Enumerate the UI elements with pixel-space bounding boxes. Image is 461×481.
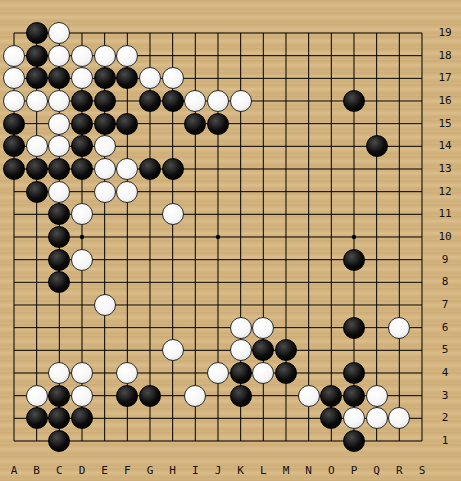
stone-white[interactable]	[116, 181, 138, 203]
col-label-E: E	[95, 464, 115, 478]
stone-black[interactable]	[275, 362, 297, 384]
col-label-N: N	[299, 464, 319, 478]
stone-white[interactable]	[71, 249, 93, 271]
col-label-P: P	[344, 464, 364, 478]
stone-white[interactable]	[162, 67, 184, 89]
stone-white[interactable]	[298, 385, 320, 407]
row-label-8: 8	[433, 275, 457, 289]
stone-black[interactable]	[94, 67, 116, 89]
stone-white[interactable]	[94, 158, 116, 180]
stone-white[interactable]	[252, 317, 274, 339]
stone-white[interactable]	[26, 90, 48, 112]
row-label-3: 3	[433, 389, 457, 403]
stone-black[interactable]	[26, 67, 48, 89]
col-label-O: O	[321, 464, 341, 478]
row-label-15: 15	[433, 117, 457, 131]
row-label-10: 10	[433, 230, 457, 244]
col-label-D: D	[72, 464, 92, 478]
row-label-6: 6	[433, 321, 457, 335]
row-label-7: 7	[433, 298, 457, 312]
col-label-B: B	[27, 464, 47, 478]
stone-black[interactable]	[343, 249, 365, 271]
col-label-F: F	[117, 464, 137, 478]
col-label-I: I	[185, 464, 205, 478]
col-label-M: M	[276, 464, 296, 478]
col-label-Q: Q	[367, 464, 387, 478]
stone-white[interactable]	[184, 385, 206, 407]
stone-white[interactable]	[94, 181, 116, 203]
stone-black[interactable]	[3, 158, 25, 180]
stone-black[interactable]	[139, 385, 161, 407]
stone-white[interactable]	[48, 181, 70, 203]
col-label-L: L	[253, 464, 273, 478]
stone-black[interactable]	[343, 430, 365, 452]
stone-white[interactable]	[94, 135, 116, 157]
stone-black[interactable]	[343, 362, 365, 384]
stone-white[interactable]	[116, 45, 138, 67]
stone-black[interactable]	[71, 113, 93, 135]
stone-black[interactable]	[26, 158, 48, 180]
stone-white[interactable]	[388, 317, 410, 339]
stone-black[interactable]	[366, 135, 388, 157]
stone-white[interactable]	[207, 362, 229, 384]
row-label-16: 16	[433, 94, 457, 108]
stone-black[interactable]	[48, 249, 70, 271]
row-label-1: 1	[433, 434, 457, 448]
stone-black[interactable]	[71, 90, 93, 112]
col-label-S: S	[412, 464, 432, 478]
row-label-5: 5	[433, 343, 457, 357]
row-label-17: 17	[433, 71, 457, 85]
go-board[interactable]: ABCDEFGHIJKLMNOPQRS191817161514131211109…	[0, 0, 461, 481]
stone-black[interactable]	[26, 407, 48, 429]
stone-black[interactable]	[94, 90, 116, 112]
stone-white[interactable]	[230, 339, 252, 361]
row-label-4: 4	[433, 366, 457, 380]
stone-white[interactable]	[26, 385, 48, 407]
stone-black[interactable]	[48, 385, 70, 407]
stone-black[interactable]	[71, 158, 93, 180]
stone-white[interactable]	[94, 45, 116, 67]
stone-black[interactable]	[230, 362, 252, 384]
stone-white[interactable]	[162, 339, 184, 361]
row-label-13: 13	[433, 162, 457, 176]
stone-black[interactable]	[162, 90, 184, 112]
stone-white[interactable]	[94, 294, 116, 316]
stone-white[interactable]	[230, 90, 252, 112]
stone-white[interactable]	[48, 113, 70, 135]
row-label-19: 19	[433, 26, 457, 40]
stone-white[interactable]	[48, 45, 70, 67]
stone-white[interactable]	[162, 203, 184, 225]
row-label-18: 18	[433, 49, 457, 63]
stone-black[interactable]	[139, 90, 161, 112]
stone-white[interactable]	[71, 385, 93, 407]
row-label-9: 9	[433, 253, 457, 267]
stone-white[interactable]	[3, 45, 25, 67]
stone-black[interactable]	[320, 385, 342, 407]
col-label-J: J	[208, 464, 228, 478]
star-point	[352, 235, 356, 239]
stone-black[interactable]	[343, 385, 365, 407]
col-label-A: A	[4, 464, 24, 478]
stone-white[interactable]	[230, 317, 252, 339]
stone-white[interactable]	[71, 362, 93, 384]
row-label-12: 12	[433, 185, 457, 199]
stone-black[interactable]	[3, 113, 25, 135]
star-point	[80, 235, 84, 239]
row-label-14: 14	[433, 139, 457, 153]
stone-black[interactable]	[26, 22, 48, 44]
stone-black[interactable]	[207, 113, 229, 135]
row-label-11: 11	[433, 207, 457, 221]
col-label-K: K	[231, 464, 251, 478]
stone-white[interactable]	[71, 45, 93, 67]
stone-black[interactable]	[343, 90, 365, 112]
star-point	[216, 235, 220, 239]
stone-black[interactable]	[26, 45, 48, 67]
col-label-H: H	[163, 464, 183, 478]
stone-black[interactable]	[162, 158, 184, 180]
stone-white[interactable]	[3, 90, 25, 112]
stone-black[interactable]	[94, 113, 116, 135]
stone-black[interactable]	[343, 317, 365, 339]
stone-white[interactable]	[366, 385, 388, 407]
row-label-2: 2	[433, 411, 457, 425]
stone-white[interactable]	[207, 90, 229, 112]
stone-black[interactable]	[184, 113, 206, 135]
stone-black[interactable]	[26, 181, 48, 203]
col-label-G: G	[140, 464, 160, 478]
stone-black[interactable]	[230, 385, 252, 407]
stone-black[interactable]	[116, 113, 138, 135]
stone-white[interactable]	[366, 407, 388, 429]
stone-white[interactable]	[26, 135, 48, 157]
col-label-C: C	[49, 464, 69, 478]
stone-black[interactable]	[116, 385, 138, 407]
col-label-R: R	[389, 464, 409, 478]
stone-black[interactable]	[139, 158, 161, 180]
